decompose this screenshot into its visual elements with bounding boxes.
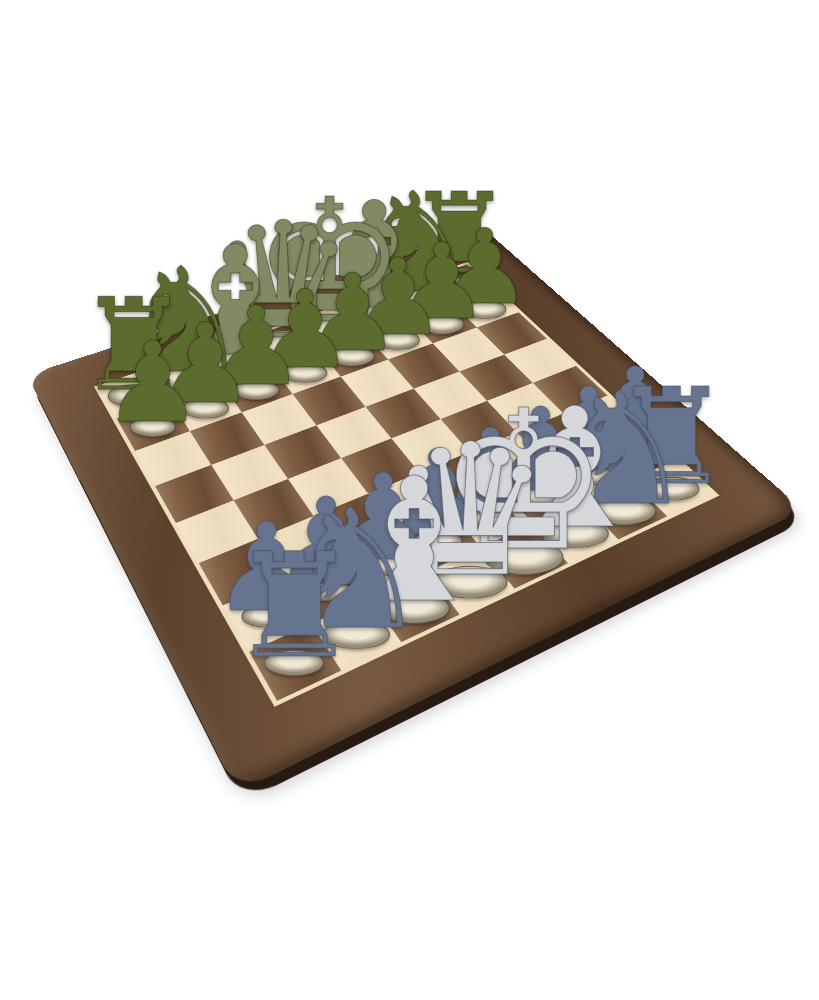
board-grid [99,264,713,701]
chess-set-product-photo: ♜♞♝♛♚♝♞♜♟♟♟♟♟♟♟♟♟♟♟♟♟♟♟♟♜♞♝♛♚♝♞♜ [0,0,819,1000]
